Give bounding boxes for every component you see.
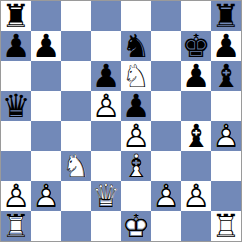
square-e1[interactable]: ♚♔ <box>121 211 151 241</box>
white-rook[interactable]: ♜♖ <box>211 211 241 241</box>
square-a5[interactable]: ♛ <box>1 91 31 121</box>
piece-glyph-outline: ♗ <box>121 151 151 181</box>
piece-glyph-outline: ♖ <box>211 211 241 241</box>
white-pawn[interactable]: ♟♙ <box>91 91 121 121</box>
white-pawn[interactable]: ♟♙ <box>31 181 61 211</box>
square-h3[interactable] <box>211 151 241 181</box>
square-b7[interactable]: ♟ <box>31 31 61 61</box>
piece-glyph-outline: ♙ <box>211 121 241 151</box>
square-d2[interactable]: ♛♕ <box>91 181 121 211</box>
square-b4[interactable] <box>31 121 61 151</box>
square-g6[interactable]: ♟ <box>181 61 211 91</box>
square-a4[interactable] <box>1 121 31 151</box>
piece-glyph-outline: ♘ <box>61 151 91 181</box>
square-b5[interactable] <box>31 91 61 121</box>
piece-glyph-outline: ♖ <box>1 211 31 241</box>
square-a7[interactable]: ♟ <box>1 31 31 61</box>
white-knight[interactable]: ♞♘ <box>61 151 91 181</box>
square-f5[interactable] <box>151 91 181 121</box>
square-f7[interactable] <box>151 31 181 61</box>
black-pawn[interactable]: ♟ <box>1 31 31 61</box>
square-d8[interactable] <box>91 1 121 31</box>
square-f1[interactable] <box>151 211 181 241</box>
square-c5[interactable] <box>61 91 91 121</box>
square-f6[interactable] <box>151 61 181 91</box>
black-bishop[interactable]: ♝ <box>211 61 241 91</box>
black-pawn[interactable]: ♟ <box>31 31 61 61</box>
white-bishop[interactable]: ♝♗ <box>121 151 151 181</box>
square-c2[interactable] <box>61 181 91 211</box>
square-h6[interactable]: ♝ <box>211 61 241 91</box>
piece-glyph-fill: ♝ <box>181 121 211 151</box>
piece-glyph-outline: ♙ <box>151 181 181 211</box>
square-a1[interactable]: ♜♖ <box>1 211 31 241</box>
black-queen[interactable]: ♛ <box>1 91 31 121</box>
square-f8[interactable] <box>151 1 181 31</box>
piece-glyph-outline: ♙ <box>181 181 211 211</box>
piece-glyph-fill: ♛ <box>1 91 31 121</box>
square-c7[interactable] <box>61 31 91 61</box>
black-pawn[interactable]: ♟ <box>181 61 211 91</box>
piece-glyph-outline: ♙ <box>91 91 121 121</box>
piece-glyph-fill: ♟ <box>1 31 31 61</box>
white-king[interactable]: ♚♔ <box>121 211 151 241</box>
square-f4[interactable] <box>151 121 181 151</box>
piece-glyph-outline: ♔ <box>121 211 151 241</box>
square-d5[interactable]: ♟♙ <box>91 91 121 121</box>
square-h4[interactable]: ♟♙ <box>211 121 241 151</box>
white-pawn[interactable]: ♟♙ <box>151 181 181 211</box>
square-b6[interactable] <box>31 61 61 91</box>
square-c1[interactable] <box>61 211 91 241</box>
square-f2[interactable]: ♟♙ <box>151 181 181 211</box>
square-c3[interactable]: ♞♘ <box>61 151 91 181</box>
square-d1[interactable] <box>91 211 121 241</box>
square-g1[interactable] <box>181 211 211 241</box>
square-c6[interactable] <box>61 61 91 91</box>
square-h1[interactable]: ♜♖ <box>211 211 241 241</box>
piece-glyph-fill: ♟ <box>181 61 211 91</box>
square-c8[interactable] <box>61 1 91 31</box>
square-d4[interactable] <box>91 121 121 151</box>
chess-board: ♜♜♟♟♞♚♟♟♞♘♟♝♛♟♙♟♟♙♝♟♙♞♘♝♗♟♙♟♙♛♕♟♙♟♙♜♖♚♔♜… <box>0 0 242 242</box>
white-queen[interactable]: ♛♕ <box>91 181 121 211</box>
square-e3[interactable]: ♝♗ <box>121 151 151 181</box>
white-rook[interactable]: ♜♖ <box>1 211 31 241</box>
black-bishop[interactable]: ♝ <box>181 121 211 151</box>
piece-glyph-outline: ♙ <box>31 181 61 211</box>
piece-glyph-outline: ♕ <box>91 181 121 211</box>
square-b1[interactable] <box>31 211 61 241</box>
white-pawn[interactable]: ♟♙ <box>181 181 211 211</box>
piece-glyph-fill: ♟ <box>31 31 61 61</box>
square-g2[interactable]: ♟♙ <box>181 181 211 211</box>
white-pawn[interactable]: ♟♙ <box>211 121 241 151</box>
piece-glyph-fill: ♝ <box>211 61 241 91</box>
square-g4[interactable]: ♝ <box>181 121 211 151</box>
square-b2[interactable]: ♟♙ <box>31 181 61 211</box>
